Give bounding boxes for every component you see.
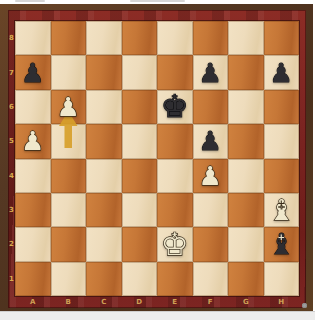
black-king[interactable]: ♚ <box>157 90 193 124</box>
square-e7[interactable] <box>157 55 193 89</box>
square-d5[interactable] <box>122 124 158 158</box>
square-e1[interactable] <box>157 262 193 296</box>
square-b4[interactable] <box>51 159 87 193</box>
square-c5[interactable] <box>86 124 122 158</box>
square-d8[interactable] <box>122 21 158 55</box>
square-f7[interactable]: ♟ <box>193 55 229 89</box>
rank-label-5: 5 <box>8 124 15 158</box>
square-d1[interactable] <box>122 262 158 296</box>
rank-label-1: 1 <box>8 262 15 296</box>
square-c6[interactable] <box>86 90 122 124</box>
square-h5[interactable] <box>264 124 300 158</box>
square-e5[interactable] <box>157 124 193 158</box>
cropped-text-fragment <box>15 0 45 2</box>
square-g4[interactable] <box>228 159 264 193</box>
square-c7[interactable] <box>86 55 122 89</box>
file-label-h: H <box>264 296 300 308</box>
square-h1[interactable] <box>264 262 300 296</box>
white-pawn[interactable]: ♟ <box>51 90 87 124</box>
white-king[interactable]: ♚ <box>157 227 193 261</box>
square-d7[interactable] <box>122 55 158 89</box>
rank-label-4: 4 <box>8 159 15 193</box>
square-f6[interactable] <box>193 90 229 124</box>
file-label-a: A <box>15 296 51 308</box>
rank-label-2: 2 <box>8 227 15 261</box>
square-a4[interactable] <box>15 159 51 193</box>
square-f4[interactable]: ♟ <box>193 159 229 193</box>
rank-labels: 87654321 <box>8 21 15 296</box>
rank-label-8: 8 <box>8 21 15 55</box>
square-h2[interactable]: ♝+ <box>264 227 300 261</box>
white-pawn[interactable]: ♟ <box>193 159 229 193</box>
file-label-b: B <box>51 296 87 308</box>
square-b2[interactable] <box>51 227 87 261</box>
file-label-c: C <box>86 296 122 308</box>
square-h3[interactable]: ♝+ <box>264 193 300 227</box>
square-e4[interactable] <box>157 159 193 193</box>
rank-label-6: 6 <box>8 90 15 124</box>
rank-label-3: 3 <box>8 193 15 227</box>
square-f2[interactable] <box>193 227 229 261</box>
square-g3[interactable] <box>228 193 264 227</box>
square-f5[interactable]: ♟ <box>193 124 229 158</box>
bishop-cross-mark: + <box>277 199 285 208</box>
square-d6[interactable] <box>122 90 158 124</box>
square-e6[interactable]: ♚ <box>157 90 193 124</box>
square-h4[interactable] <box>264 159 300 193</box>
black-pawn[interactable]: ♟ <box>264 55 300 89</box>
black-pawn[interactable]: ♟ <box>193 124 229 158</box>
black-bishop[interactable]: ♝+ <box>264 227 300 261</box>
square-a3[interactable] <box>15 193 51 227</box>
file-label-f: F <box>193 296 229 308</box>
square-e3[interactable] <box>157 193 193 227</box>
square-g1[interactable] <box>228 262 264 296</box>
corner-dot <box>302 303 307 308</box>
square-a7[interactable]: ♟ <box>15 55 51 89</box>
white-bishop[interactable]: ♝+ <box>264 193 300 227</box>
square-a2[interactable] <box>15 227 51 261</box>
file-label-g: G <box>228 296 264 308</box>
square-g8[interactable] <box>228 21 264 55</box>
square-e8[interactable] <box>157 21 193 55</box>
square-a6[interactable] <box>15 90 51 124</box>
square-b6[interactable]: ♟ <box>51 90 87 124</box>
square-g7[interactable] <box>228 55 264 89</box>
square-c8[interactable] <box>86 21 122 55</box>
square-h7[interactable]: ♟ <box>264 55 300 89</box>
square-c2[interactable] <box>86 227 122 261</box>
square-b3[interactable] <box>51 193 87 227</box>
square-d4[interactable] <box>122 159 158 193</box>
rank-label-7: 7 <box>8 55 15 89</box>
page-bottom-strip <box>0 311 315 320</box>
square-b7[interactable] <box>51 55 87 89</box>
square-e2[interactable]: ♚ <box>157 227 193 261</box>
square-b8[interactable] <box>51 21 87 55</box>
square-a5[interactable]: ♟ <box>15 124 51 158</box>
square-h8[interactable] <box>264 21 300 55</box>
square-g5[interactable] <box>228 124 264 158</box>
black-pawn[interactable]: ♟ <box>193 55 229 89</box>
file-label-d: D <box>122 296 158 308</box>
square-h6[interactable] <box>264 90 300 124</box>
square-f1[interactable] <box>193 262 229 296</box>
square-c1[interactable] <box>86 262 122 296</box>
square-g2[interactable] <box>228 227 264 261</box>
square-b5[interactable] <box>51 124 87 158</box>
file-label-e: E <box>157 296 193 308</box>
square-f3[interactable] <box>193 193 229 227</box>
file-labels: ABCDEFGH <box>15 296 299 308</box>
black-pawn[interactable]: ♟ <box>15 55 51 89</box>
square-a8[interactable] <box>15 21 51 55</box>
square-f8[interactable] <box>193 21 229 55</box>
square-g6[interactable] <box>228 90 264 124</box>
chessboard: ♟♟♟♟♚♟♟♟♝+♚♝+ <box>15 21 299 296</box>
square-b1[interactable] <box>51 262 87 296</box>
square-a1[interactable] <box>15 262 51 296</box>
square-d2[interactable] <box>122 227 158 261</box>
square-c4[interactable] <box>86 159 122 193</box>
cropped-text-fragment <box>130 0 185 2</box>
bishop-cross-mark: + <box>277 233 285 242</box>
square-d3[interactable] <box>122 193 158 227</box>
white-pawn[interactable]: ♟ <box>15 124 51 158</box>
square-c3[interactable] <box>86 193 122 227</box>
